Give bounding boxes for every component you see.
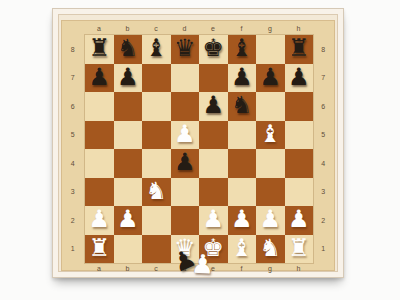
piece-black-pawn[interactable]: ♟ (88, 65, 110, 89)
square-c1[interactable] (142, 235, 171, 264)
piece-black-knight[interactable]: ♞ (231, 93, 253, 117)
square-c6[interactable] (142, 92, 171, 121)
rank-labels-right: 87654321 (313, 35, 334, 263)
file-label-g: g (256, 21, 285, 35)
file-label-h: h (285, 21, 314, 35)
square-g6[interactable] (256, 92, 285, 121)
square-e2[interactable]: ♟ (199, 206, 228, 235)
rank-label-5: 5 (313, 121, 334, 150)
piece-white-pawn[interactable]: ♟ (117, 207, 139, 231)
square-g8[interactable] (256, 35, 285, 64)
square-e8[interactable]: ♚ (199, 35, 228, 64)
square-d6[interactable] (171, 92, 200, 121)
rank-label-8: 8 (313, 35, 334, 64)
rank-label-1: 1 (62, 235, 84, 264)
chess-board: ♜♞♝♛♚♝♜♟♟♟♟♟♟♞♟♝♟♞♟♟♟♟♟♟♜♛♚♝♞♜ (85, 35, 313, 263)
square-a7[interactable]: ♟ (85, 64, 114, 93)
piece-white-pawn[interactable]: ♟ (288, 207, 310, 231)
square-a1[interactable]: ♜ (85, 235, 114, 264)
square-h4[interactable] (285, 149, 314, 178)
piece-white-pawn[interactable]: ♟ (231, 207, 253, 231)
piece-black-bishop[interactable]: ♝ (231, 36, 253, 60)
rank-label-3: 3 (62, 178, 84, 207)
square-a6[interactable] (85, 92, 114, 121)
piece-black-pawn[interactable]: ♟ (259, 65, 281, 89)
file-label-e: e (199, 21, 228, 35)
square-a4[interactable] (85, 149, 114, 178)
piece-black-pawn[interactable]: ♟ (231, 65, 253, 89)
demonstration-board-frame: abcdefgh abcdefgh 87654321 87654321 ♜♞♝♛… (52, 8, 344, 278)
piece-black-knight[interactable]: ♞ (117, 36, 139, 60)
square-c4[interactable] (142, 149, 171, 178)
square-h2[interactable]: ♟ (285, 206, 314, 235)
file-label-f: f (228, 21, 257, 35)
square-b7[interactable]: ♟ (114, 64, 143, 93)
rank-label-6: 6 (62, 92, 84, 121)
square-d3[interactable] (171, 178, 200, 207)
square-c7[interactable] (142, 64, 171, 93)
photo-background: { "game": "chess", "board_type": "wall-m… (0, 0, 400, 300)
piece-black-queen[interactable]: ♛ (174, 36, 196, 60)
rank-label-1: 1 (313, 235, 334, 264)
square-b5[interactable] (114, 121, 143, 150)
square-g2[interactable]: ♟ (256, 206, 285, 235)
square-d5[interactable]: ♟ (171, 121, 200, 150)
square-h5[interactable] (285, 121, 314, 150)
file-label-c: c (142, 21, 171, 35)
square-g1[interactable]: ♞ (256, 235, 285, 264)
rank-label-4: 4 (62, 149, 84, 178)
square-d8[interactable]: ♛ (171, 35, 200, 64)
piece-black-rook[interactable]: ♜ (288, 36, 310, 60)
rank-label-3: 3 (313, 178, 334, 207)
piece-white-rook[interactable]: ♜ (288, 236, 310, 260)
square-c2[interactable] (142, 206, 171, 235)
piece-black-king[interactable]: ♚ (202, 36, 224, 60)
square-f3[interactable] (228, 178, 257, 207)
captured-white-pawn[interactable]: ♟ (190, 250, 215, 277)
rank-label-2: 2 (62, 206, 84, 235)
square-e3[interactable] (199, 178, 228, 207)
square-a3[interactable] (85, 178, 114, 207)
square-f2[interactable]: ♟ (228, 206, 257, 235)
square-d2[interactable] (171, 206, 200, 235)
rank-label-5: 5 (62, 121, 84, 150)
rank-label-2: 2 (313, 206, 334, 235)
square-e7[interactable] (199, 64, 228, 93)
square-g5[interactable]: ♝ (256, 121, 285, 150)
rank-label-8: 8 (62, 35, 84, 64)
square-e5[interactable] (199, 121, 228, 150)
file-label-f: f (228, 264, 257, 273)
piece-white-knight[interactable]: ♞ (145, 179, 167, 203)
square-a8[interactable]: ♜ (85, 35, 114, 64)
piece-black-pawn[interactable]: ♟ (202, 93, 224, 117)
square-h7[interactable]: ♟ (285, 64, 314, 93)
square-f6[interactable]: ♞ (228, 92, 257, 121)
square-a2[interactable]: ♟ (85, 206, 114, 235)
piece-white-knight[interactable]: ♞ (259, 236, 281, 260)
square-f7[interactable]: ♟ (228, 64, 257, 93)
square-f8[interactable]: ♝ (228, 35, 257, 64)
file-label-b: b (114, 21, 143, 35)
file-label-a: a (85, 264, 114, 273)
rank-label-7: 7 (313, 64, 334, 93)
piece-white-bishop[interactable]: ♝ (231, 236, 253, 260)
square-e4[interactable] (199, 149, 228, 178)
square-b6[interactable] (114, 92, 143, 121)
square-f1[interactable]: ♝ (228, 235, 257, 264)
square-c3[interactable]: ♞ (142, 178, 171, 207)
piece-white-bishop[interactable]: ♝ (259, 122, 281, 146)
rank-label-6: 6 (313, 92, 334, 121)
square-a5[interactable] (85, 121, 114, 150)
square-b2[interactable]: ♟ (114, 206, 143, 235)
piece-black-pawn[interactable]: ♟ (117, 65, 139, 89)
piece-white-rook[interactable]: ♜ (88, 236, 110, 260)
piece-white-pawn[interactable]: ♟ (174, 122, 196, 146)
square-d7[interactable] (171, 64, 200, 93)
file-label-h: h (285, 264, 314, 273)
file-label-d: d (171, 21, 200, 35)
piece-black-pawn[interactable]: ♟ (288, 65, 310, 89)
square-g7[interactable]: ♟ (256, 64, 285, 93)
square-b3[interactable] (114, 178, 143, 207)
square-c5[interactable] (142, 121, 171, 150)
square-e6[interactable]: ♟ (199, 92, 228, 121)
rank-label-4: 4 (313, 149, 334, 178)
square-d4[interactable]: ♟ (171, 149, 200, 178)
piece-black-rook[interactable]: ♜ (88, 36, 110, 60)
square-g4[interactable] (256, 149, 285, 178)
square-f5[interactable] (228, 121, 257, 150)
piece-white-pawn[interactable]: ♟ (259, 207, 281, 231)
file-label-c: c (142, 264, 171, 273)
rank-label-7: 7 (62, 64, 84, 93)
square-h6[interactable] (285, 92, 314, 121)
square-h8[interactable]: ♜ (285, 35, 314, 64)
piece-black-bishop[interactable]: ♝ (145, 36, 167, 60)
file-label-b: b (114, 264, 143, 273)
square-h1[interactable]: ♜ (285, 235, 314, 264)
square-b8[interactable]: ♞ (114, 35, 143, 64)
square-b1[interactable] (114, 235, 143, 264)
square-b4[interactable] (114, 149, 143, 178)
square-g3[interactable] (256, 178, 285, 207)
square-f4[interactable] (228, 149, 257, 178)
piece-white-pawn[interactable]: ♟ (202, 207, 224, 231)
piece-black-pawn[interactable]: ♟ (174, 150, 196, 174)
piece-white-pawn[interactable]: ♟ (88, 207, 110, 231)
file-label-g: g (256, 264, 285, 273)
square-c8[interactable]: ♝ (142, 35, 171, 64)
file-label-a: a (85, 21, 114, 35)
rank-labels-left: 87654321 (62, 35, 84, 263)
file-labels-top: abcdefgh (85, 21, 313, 35)
square-h3[interactable] (285, 178, 314, 207)
